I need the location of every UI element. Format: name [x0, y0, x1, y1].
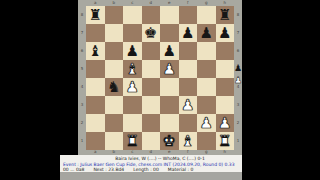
square-h4	[216, 78, 235, 96]
rank-label-5-left: 5	[78, 60, 86, 78]
square-c7	[123, 24, 142, 42]
square-f6	[179, 42, 198, 60]
square-f7: ♟	[179, 24, 198, 42]
square-b8	[105, 6, 124, 24]
piece-white-pawn-h2: ♟	[218, 114, 231, 132]
square-h2: ♟	[216, 114, 235, 132]
square-e7	[160, 24, 179, 42]
piece-black-king-d7: ♚	[144, 24, 157, 42]
rank-label-7-left: 7	[78, 24, 86, 42]
square-d7: ♚	[142, 24, 161, 42]
rank-label-8-left: 8	[78, 6, 86, 24]
square-h8: ♜	[216, 6, 235, 24]
square-e4	[160, 78, 179, 96]
square-f8	[179, 6, 198, 24]
square-d4	[142, 78, 161, 96]
square-g4	[197, 78, 216, 96]
square-f3: ♟	[179, 96, 198, 114]
square-b2	[105, 114, 124, 132]
video-frame: abcdefgh abcdefgh 87654321 87654321 ♜♜♚♟…	[0, 0, 320, 180]
square-e1: ♚	[160, 132, 179, 150]
square-g8	[197, 6, 216, 24]
piece-white-pawn-c4: ♟	[126, 78, 139, 96]
piece-black-rook-h8: ♜	[218, 6, 231, 24]
rank-label-3-right: 3	[234, 96, 242, 114]
piece-white-rook-c1: ♜	[126, 132, 139, 150]
square-g3	[197, 96, 216, 114]
square-b4: ♞	[105, 78, 124, 96]
material-tray: ♟ ♟	[234, 62, 242, 86]
piece-white-pawn-f3: ♟	[181, 96, 194, 114]
square-d1	[142, 132, 161, 150]
square-d8	[142, 6, 161, 24]
square-e3	[160, 96, 179, 114]
piece-black-bishop-a6: ♝	[89, 42, 102, 60]
square-a7	[86, 24, 105, 42]
square-c8	[123, 6, 142, 24]
square-c3	[123, 96, 142, 114]
captured-white-pawn-icon: ♟	[234, 74, 242, 86]
square-g7: ♟	[197, 24, 216, 42]
piece-white-pawn-e5: ♟	[163, 60, 176, 78]
bottom-strip	[60, 172, 242, 180]
square-f2	[179, 114, 198, 132]
rank-label-6-right: 6	[234, 42, 242, 60]
rank-label-1-left: 1	[78, 132, 86, 150]
square-e8	[160, 6, 179, 24]
piece-white-bishop-f1: ♝	[181, 132, 194, 150]
rank-label-2-right: 2	[234, 114, 242, 132]
square-c2	[123, 114, 142, 132]
square-g1	[197, 132, 216, 150]
square-a6: ♝	[86, 42, 105, 60]
square-e5: ♟	[160, 60, 179, 78]
rank-label-4-left: 4	[78, 78, 86, 96]
rank-label-1-right: 1	[234, 132, 242, 150]
square-a8: ♜	[86, 6, 105, 24]
square-c5: ♝	[123, 60, 142, 78]
rank-label-6-left: 6	[78, 42, 86, 60]
square-f5	[179, 60, 198, 78]
square-h6	[216, 42, 235, 60]
square-b5	[105, 60, 124, 78]
board-panel: abcdefgh abcdefgh 87654321 87654321 ♜♜♚♟…	[78, 0, 242, 155]
square-b6	[105, 42, 124, 60]
captured-black-pawn-icon: ♟	[234, 62, 242, 74]
piece-black-rook-a8: ♜	[89, 6, 102, 24]
piece-black-pawn-e6: ♟	[163, 42, 176, 60]
square-c4: ♟	[123, 78, 142, 96]
square-e6: ♟	[160, 42, 179, 60]
square-h3	[216, 96, 235, 114]
piece-black-pawn-g7: ♟	[200, 24, 213, 42]
square-a4	[86, 78, 105, 96]
rank-labels-left: 87654321	[78, 6, 86, 150]
video-content: abcdefgh abcdefgh 87654321 87654321 ♜♜♚♟…	[60, 0, 260, 180]
square-d2	[142, 114, 161, 132]
piece-black-pawn-f7: ♟	[181, 24, 194, 42]
piece-black-knight-b4: ♞	[107, 78, 120, 96]
square-g6	[197, 42, 216, 60]
square-g2: ♟	[197, 114, 216, 132]
square-b7	[105, 24, 124, 42]
square-b3	[105, 96, 124, 114]
caption-bar: Baira Ivies, W (....) -- WhoMa, C (....)…	[60, 155, 242, 172]
square-a5	[86, 60, 105, 78]
board: ♜♜♚♟♟♟♝♟♟♝♟♞♟♟♟♟♜♚♝♜	[86, 6, 234, 150]
square-f1: ♝	[179, 132, 198, 150]
piece-black-pawn-h7: ♟	[218, 24, 231, 42]
square-h5	[216, 60, 235, 78]
square-a3	[86, 96, 105, 114]
piece-white-king-e1: ♚	[163, 132, 176, 150]
square-d3	[142, 96, 161, 114]
square-b1	[105, 132, 124, 150]
square-e2	[160, 114, 179, 132]
piece-white-bishop-c5: ♝	[126, 60, 139, 78]
square-f4	[179, 78, 198, 96]
rank-label-7-right: 7	[234, 24, 242, 42]
piece-white-rook-h1: ♜	[218, 132, 231, 150]
rank-label-8-right: 8	[234, 6, 242, 24]
rank-label-2-left: 2	[78, 114, 86, 132]
piece-white-pawn-g2: ♟	[200, 114, 213, 132]
rank-label-3-left: 3	[78, 96, 86, 114]
piece-black-pawn-c6: ♟	[126, 42, 139, 60]
square-h7: ♟	[216, 24, 235, 42]
square-g5	[197, 60, 216, 78]
square-h1: ♜	[216, 132, 235, 150]
square-c6: ♟	[123, 42, 142, 60]
square-d6	[142, 42, 161, 60]
square-d5	[142, 60, 161, 78]
square-c1: ♜	[123, 132, 142, 150]
square-a2	[86, 114, 105, 132]
square-a1	[86, 132, 105, 150]
